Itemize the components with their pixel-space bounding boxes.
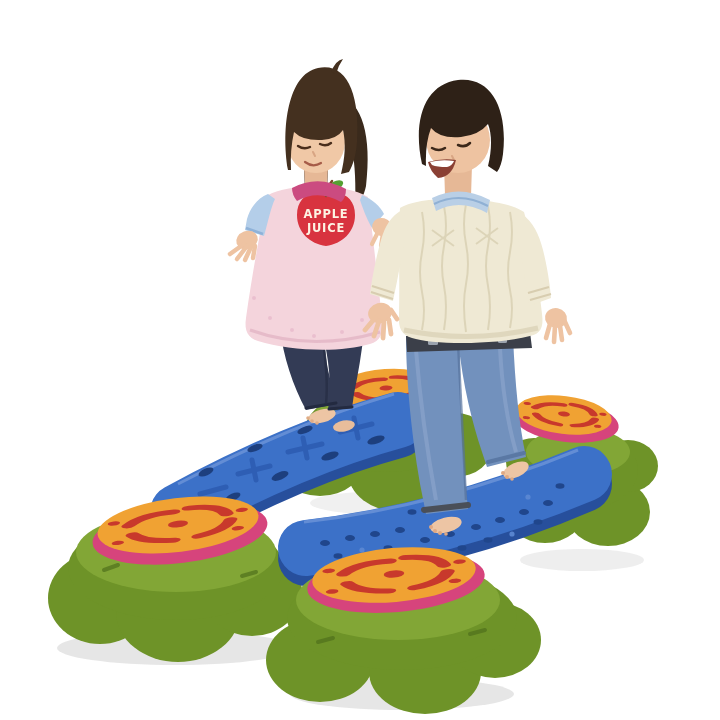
- photo-canvas: APPLE JUICE: [0, 0, 720, 720]
- product-photo: APPLE JUICE: [0, 0, 720, 720]
- stepping-stone-left: [48, 488, 302, 662]
- shirt-text-line2: JUICE: [306, 221, 345, 235]
- shirt-text-line1: APPLE: [304, 207, 349, 221]
